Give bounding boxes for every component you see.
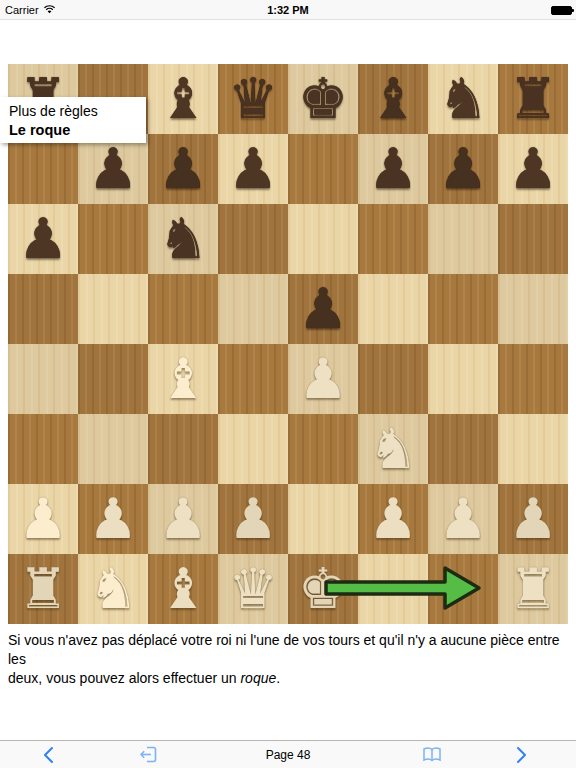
square-h7[interactable]: ♟ — [498, 134, 568, 204]
white-queen: ♛ — [228, 554, 278, 624]
black-pawn: ♟ — [508, 134, 558, 204]
square-f5[interactable] — [358, 274, 428, 344]
black-bishop: ♝ — [368, 64, 418, 134]
square-a2[interactable]: ♟ — [8, 484, 78, 554]
bottom-toolbar: Page 48 — [0, 740, 576, 768]
black-rook: ♜ — [508, 64, 558, 134]
black-pawn: ♟ — [438, 134, 488, 204]
square-d2[interactable]: ♟ — [218, 484, 288, 554]
status-bar: Carrier 1:32 PM — [0, 0, 576, 20]
square-b3[interactable] — [78, 414, 148, 484]
square-f3[interactable]: ♞ — [358, 414, 428, 484]
square-e2[interactable] — [288, 484, 358, 554]
square-g3[interactable] — [428, 414, 498, 484]
lesson-term-italic: roque — [240, 670, 276, 686]
white-pawn: ♟ — [18, 484, 68, 554]
white-rook: ♜ — [18, 554, 68, 624]
white-knight: ♞ — [88, 554, 138, 624]
square-g8[interactable]: ♞ — [428, 64, 498, 134]
white-pawn: ♟ — [508, 484, 558, 554]
table-of-contents-button[interactable] — [410, 741, 454, 768]
square-c7[interactable]: ♟ — [148, 134, 218, 204]
square-f6[interactable] — [358, 204, 428, 274]
next-page-button[interactable] — [499, 741, 543, 768]
square-a3[interactable] — [8, 414, 78, 484]
square-b7[interactable]: ♟ — [78, 134, 148, 204]
square-e4[interactable]: ♟ — [288, 344, 358, 414]
square-g5[interactable] — [428, 274, 498, 344]
square-g7[interactable]: ♟ — [428, 134, 498, 204]
black-queen: ♛ — [228, 64, 278, 134]
square-g4[interactable] — [428, 344, 498, 414]
white-pawn: ♟ — [438, 484, 488, 554]
square-e8[interactable]: ♚ — [288, 64, 358, 134]
white-pawn: ♟ — [298, 344, 348, 414]
square-h8[interactable]: ♜ — [498, 64, 568, 134]
square-d7[interactable]: ♟ — [218, 134, 288, 204]
square-b6[interactable] — [78, 204, 148, 274]
square-e3[interactable] — [288, 414, 358, 484]
square-d3[interactable] — [218, 414, 288, 484]
black-pawn: ♟ — [158, 134, 208, 204]
square-e1[interactable]: ♚ — [288, 554, 358, 624]
square-e6[interactable] — [288, 204, 358, 274]
square-h3[interactable] — [498, 414, 568, 484]
square-f1[interactable] — [358, 554, 428, 624]
black-king: ♚ — [298, 64, 348, 134]
square-h2[interactable]: ♟ — [498, 484, 568, 554]
square-h5[interactable] — [498, 274, 568, 344]
square-d6[interactable] — [218, 204, 288, 274]
square-h6[interactable] — [498, 204, 568, 274]
square-b5[interactable] — [78, 274, 148, 344]
chess-board: ♜♝♛♚♝♞♜♟♟♟♟♟♟♟♞♟♝♟♞♟♟♟♟♟♟♟♜♞♝♛♚♜ — [8, 64, 568, 624]
square-a4[interactable] — [8, 344, 78, 414]
square-d8[interactable]: ♛ — [218, 64, 288, 134]
square-c2[interactable]: ♟ — [148, 484, 218, 554]
lesson-line2-suffix: . — [276, 670, 280, 686]
square-e5[interactable]: ♟ — [288, 274, 358, 344]
page-number: Page 48 — [0, 741, 576, 768]
black-knight: ♞ — [438, 64, 488, 134]
square-a1[interactable]: ♜ — [8, 554, 78, 624]
square-f2[interactable]: ♟ — [358, 484, 428, 554]
white-bishop: ♝ — [158, 554, 208, 624]
clock: 1:32 PM — [0, 4, 576, 16]
square-c5[interactable] — [148, 274, 218, 344]
black-pawn: ♟ — [88, 134, 138, 204]
black-pawn: ♟ — [368, 134, 418, 204]
square-b4[interactable] — [78, 344, 148, 414]
square-c4[interactable]: ♝ — [148, 344, 218, 414]
square-f7[interactable]: ♟ — [358, 134, 428, 204]
square-a5[interactable] — [8, 274, 78, 344]
square-g2[interactable]: ♟ — [428, 484, 498, 554]
black-pawn: ♟ — [228, 134, 278, 204]
square-a6[interactable]: ♟ — [8, 204, 78, 274]
black-knight: ♞ — [158, 204, 208, 274]
square-h1[interactable]: ♜ — [498, 554, 568, 624]
white-rook: ♜ — [508, 554, 558, 624]
square-c6[interactable]: ♞ — [148, 204, 218, 274]
square-c3[interactable] — [148, 414, 218, 484]
white-pawn: ♟ — [88, 484, 138, 554]
square-g6[interactable] — [428, 204, 498, 274]
lesson-line2-prefix: deux, vous pouvez alors effectuer un — [8, 670, 240, 686]
white-bishop: ♝ — [158, 344, 208, 414]
white-pawn: ♟ — [368, 484, 418, 554]
white-pawn: ♟ — [228, 484, 278, 554]
square-b2[interactable]: ♟ — [78, 484, 148, 554]
square-a7[interactable] — [8, 134, 78, 204]
black-pawn: ♟ — [298, 274, 348, 344]
square-d5[interactable] — [218, 274, 288, 344]
lesson-line1: Si vous n'avez pas déplacé votre roi ni … — [8, 632, 560, 667]
chapter-title: Plus de règles — [9, 102, 146, 121]
black-bishop: ♝ — [158, 64, 208, 134]
square-c8[interactable]: ♝ — [148, 64, 218, 134]
chevron-right-icon — [516, 746, 527, 764]
board-grid: ♜♝♛♚♝♞♜♟♟♟♟♟♟♟♞♟♝♟♞♟♟♟♟♟♟♟♜♞♝♛♚♜ — [8, 64, 568, 624]
lesson-text: Si vous n'avez pas déplacé votre roi ni … — [8, 631, 570, 688]
square-d4[interactable] — [218, 344, 288, 414]
section-title: Le roque — [9, 121, 146, 140]
square-d1[interactable]: ♛ — [218, 554, 288, 624]
white-knight: ♞ — [368, 414, 418, 484]
open-book-icon — [422, 747, 442, 762]
square-b1[interactable]: ♞ — [78, 554, 148, 624]
square-e7[interactable] — [288, 134, 358, 204]
square-f8[interactable]: ♝ — [358, 64, 428, 134]
black-pawn: ♟ — [18, 204, 68, 274]
white-pawn: ♟ — [158, 484, 208, 554]
square-c1[interactable]: ♝ — [148, 554, 218, 624]
square-f4[interactable] — [358, 344, 428, 414]
white-king: ♚ — [298, 554, 348, 624]
battery-icon — [551, 6, 572, 15]
square-h4[interactable] — [498, 344, 568, 414]
chapter-label: Plus de règles Le roque — [0, 97, 146, 143]
square-g1[interactable] — [428, 554, 498, 624]
